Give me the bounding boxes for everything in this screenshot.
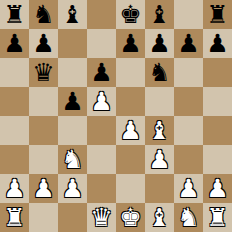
square-c6[interactable] — [58, 58, 87, 87]
piece-white-rook[interactable]: ♜ — [3, 203, 25, 232]
square-e7[interactable]: ♟ — [116, 29, 145, 58]
piece-black-rook[interactable]: ♜ — [206, 0, 228, 29]
piece-black-bishop[interactable]: ♝ — [61, 0, 83, 29]
square-c1[interactable] — [58, 203, 87, 232]
square-h4[interactable] — [203, 116, 232, 145]
square-d8[interactable] — [87, 0, 116, 29]
square-a8[interactable]: ♜ — [0, 0, 29, 29]
piece-white-pawn[interactable]: ♟ — [177, 174, 199, 203]
piece-black-king[interactable]: ♚ — [119, 0, 141, 29]
square-f1[interactable]: ♝ — [145, 203, 174, 232]
square-a5[interactable] — [0, 87, 29, 116]
piece-white-pawn[interactable]: ♟ — [148, 145, 170, 174]
piece-white-bishop[interactable]: ♝ — [148, 116, 170, 145]
piece-black-knight[interactable]: ♞ — [32, 0, 54, 29]
piece-black-pawn[interactable]: ♟ — [90, 58, 112, 87]
square-a6[interactable] — [0, 58, 29, 87]
square-d3[interactable] — [87, 145, 116, 174]
square-g2[interactable]: ♟ — [174, 174, 203, 203]
piece-black-pawn[interactable]: ♟ — [119, 29, 141, 58]
square-d4[interactable] — [87, 116, 116, 145]
square-g5[interactable] — [174, 87, 203, 116]
piece-black-pawn[interactable]: ♟ — [206, 29, 228, 58]
piece-white-pawn[interactable]: ♟ — [61, 174, 83, 203]
square-f5[interactable] — [145, 87, 174, 116]
square-h6[interactable] — [203, 58, 232, 87]
piece-black-pawn[interactable]: ♟ — [148, 29, 170, 58]
piece-white-rook[interactable]: ♜ — [206, 203, 228, 232]
piece-white-pawn[interactable]: ♟ — [32, 174, 54, 203]
square-f3[interactable]: ♟ — [145, 145, 174, 174]
square-e2[interactable] — [116, 174, 145, 203]
square-f7[interactable]: ♟ — [145, 29, 174, 58]
piece-white-pawn[interactable]: ♟ — [206, 174, 228, 203]
piece-white-pawn[interactable]: ♟ — [3, 174, 25, 203]
piece-black-bishop[interactable]: ♝ — [148, 0, 170, 29]
square-d5[interactable]: ♟ — [87, 87, 116, 116]
square-d2[interactable] — [87, 174, 116, 203]
square-a7[interactable]: ♟ — [0, 29, 29, 58]
square-h5[interactable] — [203, 87, 232, 116]
piece-white-knight[interactable]: ♞ — [61, 145, 83, 174]
piece-black-pawn[interactable]: ♟ — [32, 29, 54, 58]
square-a3[interactable] — [0, 145, 29, 174]
piece-black-rook[interactable]: ♜ — [3, 0, 25, 29]
piece-black-queen[interactable]: ♛ — [32, 58, 54, 87]
piece-white-bishop[interactable]: ♝ — [148, 203, 170, 232]
square-b2[interactable]: ♟ — [29, 174, 58, 203]
square-c2[interactable]: ♟ — [58, 174, 87, 203]
square-c8[interactable]: ♝ — [58, 0, 87, 29]
square-e5[interactable] — [116, 87, 145, 116]
square-h1[interactable]: ♜ — [203, 203, 232, 232]
square-f6[interactable]: ♞ — [145, 58, 174, 87]
square-b1[interactable] — [29, 203, 58, 232]
square-e6[interactable] — [116, 58, 145, 87]
square-e4[interactable]: ♟ — [116, 116, 145, 145]
square-a2[interactable]: ♟ — [0, 174, 29, 203]
square-d1[interactable]: ♛ — [87, 203, 116, 232]
square-b7[interactable]: ♟ — [29, 29, 58, 58]
piece-white-king[interactable]: ♚ — [119, 203, 141, 232]
square-f2[interactable] — [145, 174, 174, 203]
square-c4[interactable] — [58, 116, 87, 145]
square-g1[interactable]: ♞ — [174, 203, 203, 232]
square-b3[interactable] — [29, 145, 58, 174]
square-e1[interactable]: ♚ — [116, 203, 145, 232]
piece-black-pawn[interactable]: ♟ — [3, 29, 25, 58]
piece-black-knight[interactable]: ♞ — [148, 58, 170, 87]
square-b5[interactable] — [29, 87, 58, 116]
square-f4[interactable]: ♝ — [145, 116, 174, 145]
square-a4[interactable] — [0, 116, 29, 145]
square-b6[interactable]: ♛ — [29, 58, 58, 87]
square-e3[interactable] — [116, 145, 145, 174]
square-c7[interactable] — [58, 29, 87, 58]
square-h7[interactable]: ♟ — [203, 29, 232, 58]
square-e8[interactable]: ♚ — [116, 0, 145, 29]
square-d7[interactable] — [87, 29, 116, 58]
piece-white-pawn[interactable]: ♟ — [119, 116, 141, 145]
square-g3[interactable] — [174, 145, 203, 174]
square-c3[interactable]: ♞ — [58, 145, 87, 174]
square-g4[interactable] — [174, 116, 203, 145]
square-g6[interactable] — [174, 58, 203, 87]
square-h2[interactable]: ♟ — [203, 174, 232, 203]
square-h8[interactable]: ♜ — [203, 0, 232, 29]
piece-white-pawn[interactable]: ♟ — [90, 87, 112, 116]
square-b8[interactable]: ♞ — [29, 0, 58, 29]
square-c5[interactable]: ♟ — [58, 87, 87, 116]
piece-white-queen[interactable]: ♛ — [90, 203, 112, 232]
chess-board: ♜♞♝♚♝♜♟♟♟♟♟♟♛♟♞♟♟♟♝♞♟♟♟♟♟♟♜♛♚♝♞♜ — [0, 0, 232, 232]
square-b4[interactable] — [29, 116, 58, 145]
piece-black-pawn[interactable]: ♟ — [177, 29, 199, 58]
square-a1[interactable]: ♜ — [0, 203, 29, 232]
square-f8[interactable]: ♝ — [145, 0, 174, 29]
square-d6[interactable]: ♟ — [87, 58, 116, 87]
square-h3[interactable] — [203, 145, 232, 174]
square-g7[interactable]: ♟ — [174, 29, 203, 58]
piece-white-knight[interactable]: ♞ — [177, 203, 199, 232]
piece-black-pawn[interactable]: ♟ — [61, 87, 83, 116]
square-g8[interactable] — [174, 0, 203, 29]
